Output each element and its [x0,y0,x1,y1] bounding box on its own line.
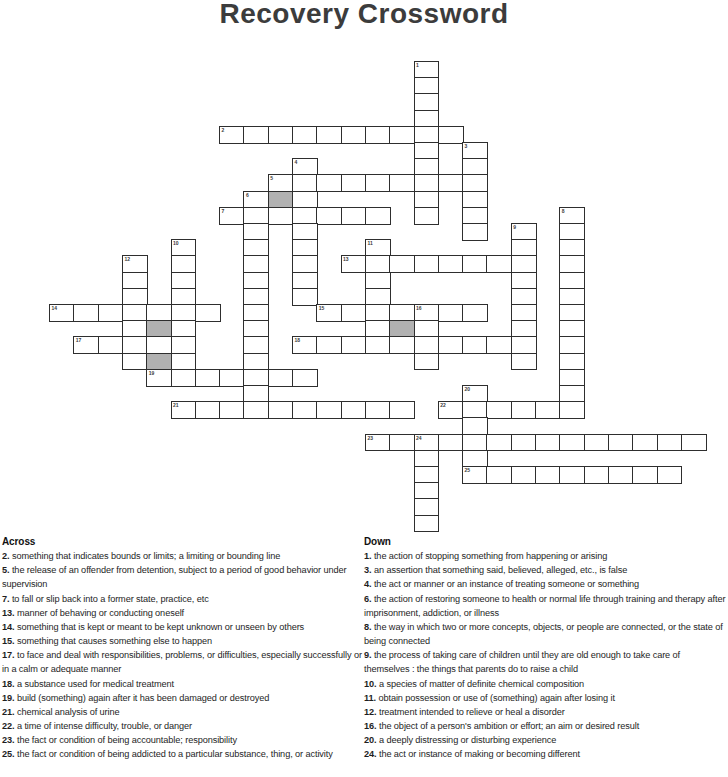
clue-number: 20. [364,735,376,745]
grid-cell[interactable] [414,174,440,192]
cell-number: 3 [465,143,468,149]
down-clue-item: 24. the act or instance of making or bec… [364,747,726,761]
grid-cell[interactable] [414,255,440,273]
grid-cell[interactable]: 1 [414,61,440,79]
grid-cell[interactable] [462,336,488,354]
grid-cell[interactable] [414,498,440,516]
grid-cell[interactable] [462,223,488,241]
grid-cell[interactable] [462,158,488,176]
grid-cell[interactable] [341,126,367,144]
clue-number: 24. [364,749,376,759]
grid-cell[interactable] [414,158,440,176]
grid-cell[interactable] [171,336,197,354]
grid-cell[interactable] [414,77,440,95]
across-clue-item: 14. something that is kept or meant to b… [2,620,362,634]
grid-cell[interactable] [146,336,172,354]
page: Recovery Crossword 123456789101112131415… [0,0,728,777]
grid-cell[interactable] [365,304,391,322]
clue-number: 21. [2,707,14,717]
grid-cell[interactable]: 11 [365,239,391,257]
down-clue-item: 8. the way in which two or more concepts… [364,620,726,648]
across-clue-item: 23. the fact or condition of being accou… [2,733,362,747]
grid-cell[interactable] [608,466,634,484]
grid-cell[interactable] [243,207,269,225]
cell-number: 24 [416,435,422,441]
cell-number: 13 [343,256,349,262]
grid-cell[interactable]: 18 [292,336,318,354]
grid-cell[interactable]: 22 [438,401,464,419]
shaded-cell [146,353,172,371]
grid-cell[interactable] [559,239,585,257]
down-clue-item: 11. obtain possession or use of (somethi… [364,691,726,705]
grid-cell[interactable] [316,174,342,192]
grid-cell[interactable] [559,385,585,403]
grid-cell[interactable] [365,255,391,273]
grid-cell[interactable] [98,336,124,354]
shaded-cell [268,191,294,209]
grid-cell[interactable] [243,385,269,403]
grid-cell[interactable] [559,401,585,419]
clue-number: 25. [2,749,14,759]
cell-number: 9 [513,224,516,230]
grid-cell[interactable] [243,239,269,257]
grid-cell[interactable] [414,142,440,160]
cell-number: 12 [124,256,130,262]
grid-cell[interactable] [243,320,269,338]
grid-cell[interactable] [219,401,245,419]
grid-cell[interactable] [511,336,537,354]
cell-number: 25 [465,467,471,473]
across-clue-item: 17. to face and deal with responsibiliti… [2,648,362,676]
grid-cell[interactable] [414,336,440,354]
across-clue-item: 25. the fact or condition of being addic… [2,747,362,761]
cell-number: 8 [562,208,565,214]
grid-cell[interactable] [511,353,537,371]
grid-cell[interactable] [681,434,707,452]
down-header: Down [364,535,726,549]
grid-cell[interactable] [243,369,269,387]
grid-cell[interactable] [414,320,440,338]
grid-cell[interactable] [316,401,342,419]
grid-cell[interactable] [243,401,269,419]
grid-cell[interactable] [511,401,537,419]
down-clue-item: 4. the act or manner or an instance of t… [364,577,726,591]
down-clue-item: 20. a deeply distressing or disturbing e… [364,733,726,747]
grid-cell[interactable] [462,434,488,452]
grid-cell[interactable] [511,255,537,273]
grid-cell[interactable]: 17 [73,336,99,354]
grid-cell[interactable] [414,466,440,484]
grid-cell[interactable]: 2 [219,126,245,144]
grid-cell[interactable] [341,174,367,192]
grid-cell[interactable] [292,223,318,241]
grid-cell[interactable] [195,369,221,387]
cell-number: 2 [222,127,225,133]
grid-cell[interactable] [414,353,440,371]
grid-cell[interactable] [535,466,561,484]
cell-number: 6 [246,192,249,198]
grid-cell[interactable] [268,369,294,387]
grid-cell[interactable] [511,288,537,306]
grid-cell[interactable]: 20 [462,385,488,403]
grid-cell[interactable] [365,207,391,225]
grid-cell[interactable] [559,255,585,273]
grid-cell[interactable] [414,207,440,225]
clue-number: 7. [2,594,9,604]
grid-cell[interactable]: 7 [219,207,245,225]
grid-cell[interactable] [584,434,610,452]
grid-cell[interactable] [292,272,318,290]
clue-number: 22. [2,721,14,731]
grid-cell[interactable] [122,304,148,322]
cell-number: 4 [295,159,298,165]
grid-cell[interactable] [365,126,391,144]
down-clue-item: 6. the action of restoring someone to he… [364,592,726,620]
grid-cell[interactable] [511,434,537,452]
clue-number: 8. [364,622,371,632]
grid-cell[interactable]: 14 [49,304,75,322]
grid-cell[interactable] [632,434,658,452]
grid-cell[interactable] [243,255,269,273]
grid-cell[interactable] [171,320,197,338]
grid-cell[interactable]: 3 [462,142,488,160]
cell-number: 18 [295,337,301,343]
grid-cell[interactable] [316,336,342,354]
across-clue-item: 2. something that indicates bounds or li… [2,549,362,563]
grid-cell[interactable] [122,272,148,290]
down-clue-item: 16. the object of a person's ambition or… [364,719,726,733]
grid-cell[interactable]: 8 [559,207,585,225]
grid-cell[interactable] [438,126,464,144]
grid-cell[interactable] [414,482,440,500]
grid-cell[interactable] [389,401,415,419]
grid-cell[interactable] [171,272,197,290]
cell-number: 7 [222,208,225,214]
grid-cell[interactable]: 15 [316,304,342,322]
grid-cell[interactable] [462,417,488,435]
grid-cell[interactable] [657,466,683,484]
cell-number: 20 [465,386,471,392]
across-clue-item: 7. to fall or slip back into a former st… [2,592,362,606]
grid-cell[interactable] [243,336,269,354]
down-clue-item: 9. the process of taking care of childre… [364,648,726,676]
grid-cell[interactable]: 5 [268,174,294,192]
grid-cell[interactable] [559,336,585,354]
grid-cell[interactable] [243,223,269,241]
across-clue-item: 15. something that causes something else… [2,634,362,648]
grid-cell[interactable] [122,288,148,306]
cell-number: 19 [149,370,155,376]
grid-cell[interactable] [292,369,318,387]
grid-cell[interactable] [535,434,561,452]
grid-cell[interactable] [559,434,585,452]
grid-cell[interactable]: 6 [243,191,269,209]
clue-number: 5. [2,565,9,575]
cell-number: 11 [367,240,372,246]
grid-cell[interactable] [389,255,415,273]
clue-number: 16. [364,721,376,731]
grid-cell[interactable] [559,466,585,484]
down-clues-section: Down 1. the action of stopping something… [364,535,726,762]
cell-number: 5 [270,175,273,181]
clue-number: 11. [364,693,376,703]
grid-cell[interactable] [462,401,488,419]
across-clue-item: 22. a time of intense difficulty, troubl… [2,719,362,733]
grid-cell[interactable] [389,126,415,144]
grid-cell[interactable] [462,304,488,322]
grid-cell[interactable] [608,434,634,452]
grid-cell[interactable] [219,369,245,387]
cell-number: 1 [416,62,419,68]
grid-cell[interactable] [511,272,537,290]
grid-cell[interactable] [559,304,585,322]
grid-cell[interactable] [292,126,318,144]
grid-cell[interactable] [511,304,537,322]
cell-number: 17 [76,337,82,343]
clue-number: 13. [2,608,14,618]
grid-cell[interactable]: 4 [292,158,318,176]
grid-cell[interactable] [559,353,585,371]
grid-cell[interactable] [559,369,585,387]
grid-cell[interactable] [316,126,342,144]
grid-cell[interactable]: 21 [171,401,197,419]
clue-number: 14. [2,622,14,632]
grid-cell[interactable] [292,239,318,257]
shaded-cell [146,320,172,338]
clue-number: 18. [2,679,14,689]
cell-number: 14 [52,305,58,311]
grid-cell[interactable] [171,255,197,273]
grid-cell[interactable] [414,191,440,209]
grid-cell[interactable] [462,255,488,273]
shaded-cell [389,320,415,338]
grid-cell[interactable]: 9 [511,223,537,241]
grid-cell[interactable] [486,255,512,273]
grid-cell[interactable] [414,450,440,468]
grid-cell[interactable] [486,434,512,452]
grid-cell[interactable] [584,466,610,484]
grid-cell[interactable] [195,401,221,419]
grid-cell[interactable] [171,288,197,306]
grid-cell[interactable] [365,288,391,306]
grid-cell[interactable] [414,110,440,128]
grid-cell[interactable] [414,93,440,111]
grid-cell[interactable] [171,304,197,322]
grid-cell[interactable] [292,255,318,273]
clue-number: 15. [2,636,14,646]
grid-cell[interactable] [292,401,318,419]
clue-number: 6. [364,594,371,604]
clue-number: 23. [2,735,14,745]
across-clue-item: 18. a substance used for medical treatme… [2,677,362,691]
grid-cell[interactable] [268,126,294,144]
grid-cell[interactable] [292,191,318,209]
cell-number: 21 [173,402,179,408]
grid-cell[interactable] [632,466,658,484]
grid-cell[interactable] [486,401,512,419]
grid-cell[interactable] [98,304,124,322]
grid-cell[interactable] [486,466,512,484]
grid-cell[interactable]: 25 [462,466,488,484]
cell-number: 22 [440,402,446,408]
grid-cell[interactable]: 13 [341,255,367,273]
clue-number: 3. [364,565,371,575]
down-clue-item: 10. a species of matter of definite chem… [364,677,726,691]
grid-cell[interactable] [438,174,464,192]
cell-number: 23 [367,435,373,441]
grid-cell[interactable] [146,304,172,322]
cell-number: 10 [173,240,179,246]
grid-cell[interactable]: 19 [146,369,172,387]
grid-cell[interactable] [462,191,488,209]
clue-number: 19. [2,693,14,703]
grid-cell[interactable] [535,401,561,419]
grid-cell[interactable] [559,288,585,306]
grid-cell[interactable]: 10 [171,239,197,257]
grid-cell[interactable] [243,126,269,144]
grid-cell[interactable] [657,434,683,452]
page-title: Recovery Crossword [0,0,728,30]
grid-cell[interactable] [414,515,440,533]
grid-cell[interactable]: 12 [122,255,148,273]
grid-cell[interactable] [389,304,415,322]
grid-cell[interactable] [243,353,269,371]
grid-cell[interactable] [365,174,391,192]
grid-cell[interactable]: 16 [414,304,440,322]
grid-cell[interactable] [365,336,391,354]
grid-cell[interactable] [559,320,585,338]
cell-number: 15 [319,305,325,311]
grid-cell[interactable] [122,353,148,371]
clue-number: 2. [2,551,9,561]
grid-cell[interactable]: 23 [365,434,391,452]
grid-cell[interactable]: 24 [414,434,440,452]
grid-cell[interactable] [341,336,367,354]
grid-cell[interactable] [243,288,269,306]
clue-number: 4. [364,579,371,589]
grid-cell[interactable] [559,223,585,241]
grid-cell[interactable] [341,401,367,419]
across-clue-item: 5. the release of an offender from deten… [2,563,362,591]
grid-cell[interactable] [268,207,294,225]
grid-cell[interactable] [365,401,391,419]
grid-cell[interactable] [462,450,488,468]
across-clue-item: 13. manner of behaving or conducting one… [2,606,362,620]
grid-cell[interactable] [122,336,148,354]
clue-number: 12. [364,707,376,717]
grid-cell[interactable] [243,304,269,322]
grid-cell[interactable] [195,304,221,322]
clue-number: 10. [364,679,376,689]
clue-number: 1. [364,551,371,561]
grid-cell[interactable] [559,272,585,290]
grid-cell[interactable] [389,336,415,354]
grid-cell[interactable] [462,207,488,225]
grid-cell[interactable] [292,207,318,225]
grid-cell[interactable] [438,434,464,452]
crossword-grid: 1234567891011121314151617181920212223242… [49,61,707,533]
grid-cell[interactable] [486,336,512,354]
grid-cell[interactable] [171,353,197,371]
grid-cell[interactable] [365,320,391,338]
clue-number: 17. [2,650,14,660]
grid-cell[interactable] [341,304,367,322]
across-clue-list: 2. something that indicates bounds or li… [2,549,362,761]
cell-number: 16 [416,305,422,311]
across-header: Across [2,535,362,549]
grid-cell[interactable] [365,272,391,290]
grid-cell[interactable] [73,304,99,322]
down-clue-item: 12. treatment intended to relieve or hea… [364,705,726,719]
grid-cell[interactable] [438,255,464,273]
grid-cell[interactable] [122,320,148,338]
grid-cell[interactable] [341,207,367,225]
down-clue-item: 3. an assertion that something said, bel… [364,563,726,577]
grid-cell[interactable] [316,207,342,225]
grid-cell[interactable] [438,336,464,354]
grid-cell[interactable] [414,126,440,144]
grid-cell[interactable] [171,369,197,387]
grid-cell[interactable] [292,288,318,306]
grid-cell[interactable] [292,174,318,192]
grid-cell[interactable] [243,272,269,290]
grid-cell[interactable] [438,304,464,322]
grid-cell[interactable] [389,434,415,452]
across-clue-item: 19. build (something) again after it has… [2,691,362,705]
grid-cell[interactable] [511,466,537,484]
down-clue-list: 1. the action of stopping something from… [364,549,726,761]
grid-cell[interactable] [462,174,488,192]
grid-cell[interactable] [389,174,415,192]
down-clue-item: 1. the action of stopping something from… [364,549,726,563]
grid-cell[interactable] [511,320,537,338]
grid-cell[interactable] [268,401,294,419]
clue-number: 9. [364,650,371,660]
grid-cell[interactable] [511,239,537,257]
across-clues-section: Across 2. something that indicates bound… [2,535,362,762]
across-clue-item: 21. chemical analysis of urine [2,705,362,719]
